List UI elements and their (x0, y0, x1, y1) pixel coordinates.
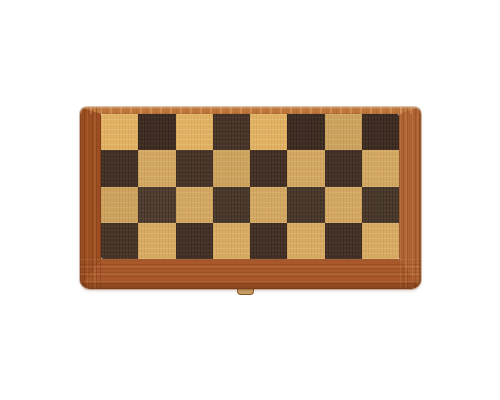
board-grid (101, 114, 399, 259)
cell-r1c2[interactable] (138, 114, 175, 150)
cell-r1c3[interactable] (176, 114, 213, 150)
cell-r2c3[interactable] (176, 150, 213, 186)
cell-r1c4[interactable] (213, 114, 250, 150)
cell-r2c8[interactable] (362, 150, 399, 186)
wood-grain-frame-left (80, 107, 101, 289)
cell-r2c2[interactable] (138, 150, 175, 186)
cell-r3c7[interactable] (325, 187, 362, 223)
cell-r2c7[interactable] (325, 150, 362, 186)
photo-background (0, 0, 500, 400)
cell-r3c4[interactable] (213, 187, 250, 223)
cell-r4c6[interactable] (287, 223, 324, 259)
frame-bottom-edge-seam (86, 283, 415, 284)
cell-r3c8[interactable] (362, 187, 399, 223)
cell-r4c4[interactable] (213, 223, 250, 259)
cell-r1c1[interactable] (101, 114, 138, 150)
cell-r1c7[interactable] (325, 114, 362, 150)
wood-grain-frame-bottom (80, 259, 421, 289)
cell-r1c6[interactable] (287, 114, 324, 150)
cell-r1c8[interactable] (362, 114, 399, 150)
cell-r4c7[interactable] (325, 223, 362, 259)
cell-r4c8[interactable] (362, 223, 399, 259)
cell-r3c6[interactable] (287, 187, 324, 223)
cell-r1c5[interactable] (250, 114, 287, 150)
cell-r2c6[interactable] (287, 150, 324, 186)
cell-r4c2[interactable] (138, 223, 175, 259)
cell-r3c1[interactable] (101, 187, 138, 223)
cell-r4c5[interactable] (250, 223, 287, 259)
cell-r3c3[interactable] (176, 187, 213, 223)
cell-r3c2[interactable] (138, 187, 175, 223)
cell-r3c5[interactable] (250, 187, 287, 223)
chess-board (80, 107, 421, 289)
wood-grain-frame-right (399, 107, 421, 289)
cell-r2c4[interactable] (213, 150, 250, 186)
cell-r4c3[interactable] (176, 223, 213, 259)
cell-r4c1[interactable] (101, 223, 138, 259)
wood-grain-frame-top (80, 107, 421, 114)
cell-r2c5[interactable] (250, 150, 287, 186)
cell-r2c1[interactable] (101, 150, 138, 186)
